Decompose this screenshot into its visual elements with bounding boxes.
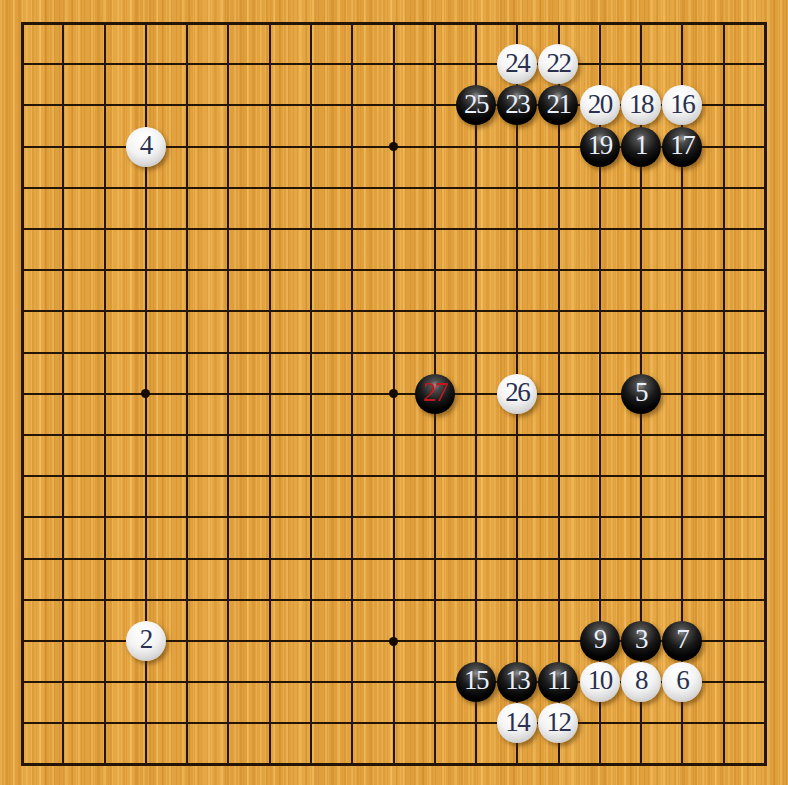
- point-o19[interactable]: [538, 2, 579, 43]
- point-m19[interactable]: [455, 2, 496, 43]
- point-m6[interactable]: [455, 538, 496, 579]
- point-c4[interactable]: [84, 620, 125, 661]
- point-d14[interactable]: [125, 208, 166, 249]
- point-s13[interactable]: [703, 250, 744, 291]
- point-m15[interactable]: [455, 167, 496, 208]
- point-l17[interactable]: [414, 85, 455, 126]
- point-a15[interactable]: [1, 167, 42, 208]
- point-b2[interactable]: [43, 703, 84, 744]
- point-f9[interactable]: [208, 414, 249, 455]
- point-t2[interactable]: [744, 703, 785, 744]
- point-a7[interactable]: [1, 497, 42, 538]
- point-e18[interactable]: [166, 44, 207, 85]
- point-k8[interactable]: [373, 455, 414, 496]
- point-h13[interactable]: [290, 250, 331, 291]
- point-a6[interactable]: [1, 538, 42, 579]
- point-b14[interactable]: [43, 208, 84, 249]
- point-s5[interactable]: [703, 579, 744, 620]
- stone-white-16[interactable]: 16: [662, 85, 702, 125]
- point-n19[interactable]: [497, 2, 538, 43]
- point-q10[interactable]: 5: [620, 373, 661, 414]
- point-h7[interactable]: [290, 497, 331, 538]
- point-j14[interactable]: [331, 208, 372, 249]
- point-t9[interactable]: [744, 414, 785, 455]
- point-r10[interactable]: [662, 373, 703, 414]
- point-q15[interactable]: [620, 167, 661, 208]
- point-g18[interactable]: [249, 44, 290, 85]
- stone-white-20[interactable]: 20: [580, 85, 620, 125]
- point-h16[interactable]: [290, 126, 331, 167]
- point-d10[interactable]: [125, 373, 166, 414]
- point-s14[interactable]: [703, 208, 744, 249]
- point-g7[interactable]: [249, 497, 290, 538]
- point-m17[interactable]: 25: [455, 85, 496, 126]
- point-e13[interactable]: [166, 250, 207, 291]
- point-n4[interactable]: [497, 620, 538, 661]
- point-a8[interactable]: [1, 455, 42, 496]
- point-c8[interactable]: [84, 455, 125, 496]
- point-r18[interactable]: [662, 44, 703, 85]
- point-f10[interactable]: [208, 373, 249, 414]
- stone-black-9[interactable]: 9: [580, 621, 620, 661]
- point-j19[interactable]: [331, 2, 372, 43]
- stone-black-1[interactable]: 1: [621, 127, 661, 167]
- point-e7[interactable]: [166, 497, 207, 538]
- point-a13[interactable]: [1, 250, 42, 291]
- point-t16[interactable]: [744, 126, 785, 167]
- point-d1[interactable]: [125, 744, 166, 785]
- point-k3[interactable]: [373, 661, 414, 702]
- point-k1[interactable]: [373, 744, 414, 785]
- point-c2[interactable]: [84, 703, 125, 744]
- point-j11[interactable]: [331, 332, 372, 373]
- point-b17[interactable]: [43, 85, 84, 126]
- point-r13[interactable]: [662, 250, 703, 291]
- point-p12[interactable]: [579, 291, 620, 332]
- point-s17[interactable]: [703, 85, 744, 126]
- point-d11[interactable]: [125, 332, 166, 373]
- point-c6[interactable]: [84, 538, 125, 579]
- point-p15[interactable]: [579, 167, 620, 208]
- point-c17[interactable]: [84, 85, 125, 126]
- point-h6[interactable]: [290, 538, 331, 579]
- point-o12[interactable]: [538, 291, 579, 332]
- point-q17[interactable]: 18: [620, 85, 661, 126]
- stone-black-7[interactable]: 7: [662, 621, 702, 661]
- point-e5[interactable]: [166, 579, 207, 620]
- point-f5[interactable]: [208, 579, 249, 620]
- stone-white-24[interactable]: 24: [497, 44, 537, 84]
- point-t10[interactable]: [744, 373, 785, 414]
- point-j15[interactable]: [331, 167, 372, 208]
- point-d4[interactable]: 2: [125, 620, 166, 661]
- point-s9[interactable]: [703, 414, 744, 455]
- point-b18[interactable]: [43, 44, 84, 85]
- stone-white-4[interactable]: 4: [126, 127, 166, 167]
- point-q1[interactable]: [620, 744, 661, 785]
- point-a5[interactable]: [1, 579, 42, 620]
- point-q13[interactable]: [620, 250, 661, 291]
- point-n13[interactable]: [497, 250, 538, 291]
- point-p4[interactable]: 9: [579, 620, 620, 661]
- point-e6[interactable]: [166, 538, 207, 579]
- point-l9[interactable]: [414, 414, 455, 455]
- point-g8[interactable]: [249, 455, 290, 496]
- point-h2[interactable]: [290, 703, 331, 744]
- point-j3[interactable]: [331, 661, 372, 702]
- point-q7[interactable]: [620, 497, 661, 538]
- point-b10[interactable]: [43, 373, 84, 414]
- point-c5[interactable]: [84, 579, 125, 620]
- point-o4[interactable]: [538, 620, 579, 661]
- point-t5[interactable]: [744, 579, 785, 620]
- point-j12[interactable]: [331, 291, 372, 332]
- stone-white-18[interactable]: 18: [621, 85, 661, 125]
- point-n16[interactable]: [497, 126, 538, 167]
- point-p17[interactable]: 20: [579, 85, 620, 126]
- point-s11[interactable]: [703, 332, 744, 373]
- point-b4[interactable]: [43, 620, 84, 661]
- point-c18[interactable]: [84, 44, 125, 85]
- point-l7[interactable]: [414, 497, 455, 538]
- point-b11[interactable]: [43, 332, 84, 373]
- point-g4[interactable]: [249, 620, 290, 661]
- stone-black-23[interactable]: 23: [497, 85, 537, 125]
- point-h9[interactable]: [290, 414, 331, 455]
- point-o15[interactable]: [538, 167, 579, 208]
- point-n6[interactable]: [497, 538, 538, 579]
- point-r5[interactable]: [662, 579, 703, 620]
- point-l19[interactable]: [414, 2, 455, 43]
- point-b7[interactable]: [43, 497, 84, 538]
- point-q8[interactable]: [620, 455, 661, 496]
- point-h10[interactable]: [290, 373, 331, 414]
- point-l10[interactable]: 27: [414, 373, 455, 414]
- point-a18[interactable]: [1, 44, 42, 85]
- point-p1[interactable]: [579, 744, 620, 785]
- point-a1[interactable]: [1, 744, 42, 785]
- point-a3[interactable]: [1, 661, 42, 702]
- point-f18[interactable]: [208, 44, 249, 85]
- point-d17[interactable]: [125, 85, 166, 126]
- point-g11[interactable]: [249, 332, 290, 373]
- point-r9[interactable]: [662, 414, 703, 455]
- point-a4[interactable]: [1, 620, 42, 661]
- point-k11[interactable]: [373, 332, 414, 373]
- point-e12[interactable]: [166, 291, 207, 332]
- point-f17[interactable]: [208, 85, 249, 126]
- point-f2[interactable]: [208, 703, 249, 744]
- point-l6[interactable]: [414, 538, 455, 579]
- stone-white-14[interactable]: 14: [497, 703, 537, 743]
- point-k7[interactable]: [373, 497, 414, 538]
- point-j7[interactable]: [331, 497, 372, 538]
- point-r16[interactable]: 17: [662, 126, 703, 167]
- point-d8[interactable]: [125, 455, 166, 496]
- point-m9[interactable]: [455, 414, 496, 455]
- point-m2[interactable]: [455, 703, 496, 744]
- point-m8[interactable]: [455, 455, 496, 496]
- point-g10[interactable]: [249, 373, 290, 414]
- point-l2[interactable]: [414, 703, 455, 744]
- point-e14[interactable]: [166, 208, 207, 249]
- point-c7[interactable]: [84, 497, 125, 538]
- stone-white-10[interactable]: 10: [580, 662, 620, 702]
- point-s15[interactable]: [703, 167, 744, 208]
- point-t1[interactable]: [744, 744, 785, 785]
- point-s1[interactable]: [703, 744, 744, 785]
- point-a16[interactable]: [1, 126, 42, 167]
- point-q12[interactable]: [620, 291, 661, 332]
- point-g6[interactable]: [249, 538, 290, 579]
- point-d19[interactable]: [125, 2, 166, 43]
- point-g14[interactable]: [249, 208, 290, 249]
- point-j6[interactable]: [331, 538, 372, 579]
- point-r17[interactable]: 16: [662, 85, 703, 126]
- point-o3[interactable]: 11: [538, 661, 579, 702]
- point-t3[interactable]: [744, 661, 785, 702]
- point-d9[interactable]: [125, 414, 166, 455]
- point-p19[interactable]: [579, 2, 620, 43]
- stone-black-21[interactable]: 21: [538, 85, 578, 125]
- point-s7[interactable]: [703, 497, 744, 538]
- point-d6[interactable]: [125, 538, 166, 579]
- stone-black-5[interactable]: 5: [621, 374, 661, 414]
- point-m18[interactable]: [455, 44, 496, 85]
- point-h18[interactable]: [290, 44, 331, 85]
- point-b9[interactable]: [43, 414, 84, 455]
- stone-black-27[interactable]: 27: [415, 374, 455, 414]
- point-q14[interactable]: [620, 208, 661, 249]
- point-l11[interactable]: [414, 332, 455, 373]
- point-r2[interactable]: [662, 703, 703, 744]
- point-g2[interactable]: [249, 703, 290, 744]
- point-c3[interactable]: [84, 661, 125, 702]
- point-o6[interactable]: [538, 538, 579, 579]
- point-t18[interactable]: [744, 44, 785, 85]
- point-a17[interactable]: [1, 85, 42, 126]
- point-h8[interactable]: [290, 455, 331, 496]
- point-l8[interactable]: [414, 455, 455, 496]
- point-e2[interactable]: [166, 703, 207, 744]
- point-f8[interactable]: [208, 455, 249, 496]
- point-h1[interactable]: [290, 744, 331, 785]
- point-l4[interactable]: [414, 620, 455, 661]
- point-n2[interactable]: 14: [497, 703, 538, 744]
- point-b15[interactable]: [43, 167, 84, 208]
- point-s2[interactable]: [703, 703, 744, 744]
- point-f1[interactable]: [208, 744, 249, 785]
- point-h14[interactable]: [290, 208, 331, 249]
- point-d15[interactable]: [125, 167, 166, 208]
- point-k15[interactable]: [373, 167, 414, 208]
- point-j1[interactable]: [331, 744, 372, 785]
- point-k4[interactable]: [373, 620, 414, 661]
- point-g19[interactable]: [249, 2, 290, 43]
- point-h4[interactable]: [290, 620, 331, 661]
- point-k9[interactable]: [373, 414, 414, 455]
- point-c19[interactable]: [84, 2, 125, 43]
- point-m5[interactable]: [455, 579, 496, 620]
- point-g16[interactable]: [249, 126, 290, 167]
- point-c13[interactable]: [84, 250, 125, 291]
- point-r6[interactable]: [662, 538, 703, 579]
- point-q9[interactable]: [620, 414, 661, 455]
- point-k6[interactable]: [373, 538, 414, 579]
- point-r19[interactable]: [662, 2, 703, 43]
- point-n7[interactable]: [497, 497, 538, 538]
- point-o16[interactable]: [538, 126, 579, 167]
- point-p11[interactable]: [579, 332, 620, 373]
- point-q18[interactable]: [620, 44, 661, 85]
- point-j4[interactable]: [331, 620, 372, 661]
- stone-black-17[interactable]: 17: [662, 127, 702, 167]
- point-h5[interactable]: [290, 579, 331, 620]
- stone-black-13[interactable]: 13: [497, 662, 537, 702]
- point-k10[interactable]: [373, 373, 414, 414]
- point-s10[interactable]: [703, 373, 744, 414]
- point-r3[interactable]: 6: [662, 661, 703, 702]
- point-k5[interactable]: [373, 579, 414, 620]
- point-b16[interactable]: [43, 126, 84, 167]
- point-q5[interactable]: [620, 579, 661, 620]
- point-b19[interactable]: [43, 2, 84, 43]
- stone-white-2[interactable]: 2: [126, 621, 166, 661]
- point-q3[interactable]: 8: [620, 661, 661, 702]
- point-b12[interactable]: [43, 291, 84, 332]
- point-k17[interactable]: [373, 85, 414, 126]
- point-d13[interactable]: [125, 250, 166, 291]
- point-d18[interactable]: [125, 44, 166, 85]
- point-f15[interactable]: [208, 167, 249, 208]
- point-g9[interactable]: [249, 414, 290, 455]
- point-l16[interactable]: [414, 126, 455, 167]
- point-m4[interactable]: [455, 620, 496, 661]
- point-g15[interactable]: [249, 167, 290, 208]
- point-d2[interactable]: [125, 703, 166, 744]
- point-t12[interactable]: [744, 291, 785, 332]
- point-j2[interactable]: [331, 703, 372, 744]
- point-o5[interactable]: [538, 579, 579, 620]
- point-m12[interactable]: [455, 291, 496, 332]
- point-f6[interactable]: [208, 538, 249, 579]
- point-r8[interactable]: [662, 455, 703, 496]
- point-s4[interactable]: [703, 620, 744, 661]
- point-n18[interactable]: 24: [497, 44, 538, 85]
- stone-black-15[interactable]: 15: [456, 662, 496, 702]
- point-e19[interactable]: [166, 2, 207, 43]
- point-p3[interactable]: 10: [579, 661, 620, 702]
- point-m1[interactable]: [455, 744, 496, 785]
- point-k19[interactable]: [373, 2, 414, 43]
- point-f13[interactable]: [208, 250, 249, 291]
- point-l1[interactable]: [414, 744, 455, 785]
- point-m10[interactable]: [455, 373, 496, 414]
- point-a19[interactable]: [1, 2, 42, 43]
- point-h11[interactable]: [290, 332, 331, 373]
- point-l14[interactable]: [414, 208, 455, 249]
- point-l5[interactable]: [414, 579, 455, 620]
- point-c1[interactable]: [84, 744, 125, 785]
- point-q4[interactable]: 3: [620, 620, 661, 661]
- point-d5[interactable]: [125, 579, 166, 620]
- point-e8[interactable]: [166, 455, 207, 496]
- point-o17[interactable]: 21: [538, 85, 579, 126]
- point-k13[interactable]: [373, 250, 414, 291]
- point-s18[interactable]: [703, 44, 744, 85]
- point-c9[interactable]: [84, 414, 125, 455]
- stone-white-22[interactable]: 22: [538, 44, 578, 84]
- point-p13[interactable]: [579, 250, 620, 291]
- point-o2[interactable]: 12: [538, 703, 579, 744]
- point-p7[interactable]: [579, 497, 620, 538]
- point-o18[interactable]: 22: [538, 44, 579, 85]
- point-o14[interactable]: [538, 208, 579, 249]
- point-p14[interactable]: [579, 208, 620, 249]
- point-r14[interactable]: [662, 208, 703, 249]
- point-t17[interactable]: [744, 85, 785, 126]
- point-t13[interactable]: [744, 250, 785, 291]
- point-o1[interactable]: [538, 744, 579, 785]
- point-m7[interactable]: [455, 497, 496, 538]
- point-k2[interactable]: [373, 703, 414, 744]
- stone-white-8[interactable]: 8: [621, 662, 661, 702]
- point-j13[interactable]: [331, 250, 372, 291]
- point-g17[interactable]: [249, 85, 290, 126]
- point-j9[interactable]: [331, 414, 372, 455]
- point-n17[interactable]: 23: [497, 85, 538, 126]
- point-n15[interactable]: [497, 167, 538, 208]
- point-j5[interactable]: [331, 579, 372, 620]
- point-j17[interactable]: [331, 85, 372, 126]
- point-k16[interactable]: [373, 126, 414, 167]
- point-p8[interactable]: [579, 455, 620, 496]
- point-o13[interactable]: [538, 250, 579, 291]
- point-h19[interactable]: [290, 2, 331, 43]
- point-g13[interactable]: [249, 250, 290, 291]
- point-k14[interactable]: [373, 208, 414, 249]
- point-e11[interactable]: [166, 332, 207, 373]
- point-o11[interactable]: [538, 332, 579, 373]
- stone-black-19[interactable]: 19: [580, 127, 620, 167]
- point-t15[interactable]: [744, 167, 785, 208]
- point-g3[interactable]: [249, 661, 290, 702]
- point-n1[interactable]: [497, 744, 538, 785]
- point-a12[interactable]: [1, 291, 42, 332]
- point-s19[interactable]: [703, 2, 744, 43]
- point-h17[interactable]: [290, 85, 331, 126]
- point-d3[interactable]: [125, 661, 166, 702]
- point-n9[interactable]: [497, 414, 538, 455]
- point-n8[interactable]: [497, 455, 538, 496]
- point-q11[interactable]: [620, 332, 661, 373]
- point-n5[interactable]: [497, 579, 538, 620]
- point-c11[interactable]: [84, 332, 125, 373]
- point-t11[interactable]: [744, 332, 785, 373]
- point-s6[interactable]: [703, 538, 744, 579]
- point-g5[interactable]: [249, 579, 290, 620]
- point-r4[interactable]: 7: [662, 620, 703, 661]
- point-k12[interactable]: [373, 291, 414, 332]
- point-j16[interactable]: [331, 126, 372, 167]
- point-p9[interactable]: [579, 414, 620, 455]
- point-c12[interactable]: [84, 291, 125, 332]
- point-e16[interactable]: [166, 126, 207, 167]
- point-a11[interactable]: [1, 332, 42, 373]
- point-s8[interactable]: [703, 455, 744, 496]
- point-g12[interactable]: [249, 291, 290, 332]
- point-p10[interactable]: [579, 373, 620, 414]
